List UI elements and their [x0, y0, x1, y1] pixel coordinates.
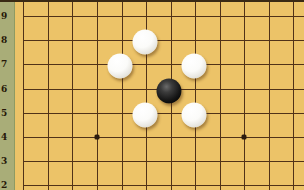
row-label-7: 7	[1, 59, 11, 69]
star-point	[242, 135, 247, 140]
row-coordinate-strip: 98765432	[0, 0, 15, 190]
row-label-8: 8	[1, 35, 11, 45]
grid-hline	[23, 64, 304, 65]
row-label-4: 4	[1, 132, 11, 142]
go-board[interactable]: ○○○○○●	[0, 0, 304, 190]
black-stone[interactable]: ●	[157, 78, 182, 103]
row-label-9: 9	[1, 11, 11, 21]
grid-hline	[23, 137, 304, 138]
go-app-screen: ○○○○○● 98765432	[0, 0, 304, 190]
star-point	[94, 135, 99, 140]
grid-hline	[23, 185, 304, 186]
top-border-line	[0, 0, 304, 2]
grid-hline	[23, 113, 304, 114]
grid-hline	[23, 161, 304, 162]
row-label-3: 3	[1, 156, 11, 166]
grid-hline	[23, 16, 304, 17]
row-label-6: 6	[1, 84, 11, 94]
white-stone[interactable]: ○	[181, 54, 206, 79]
white-stone[interactable]: ○	[132, 102, 157, 127]
white-stone[interactable]: ○	[132, 30, 157, 55]
row-label-5: 5	[1, 108, 11, 118]
white-stone[interactable]: ○	[181, 102, 206, 127]
grid-hline	[23, 40, 304, 41]
row-label-2: 2	[1, 180, 11, 190]
white-stone[interactable]: ○	[108, 54, 133, 79]
